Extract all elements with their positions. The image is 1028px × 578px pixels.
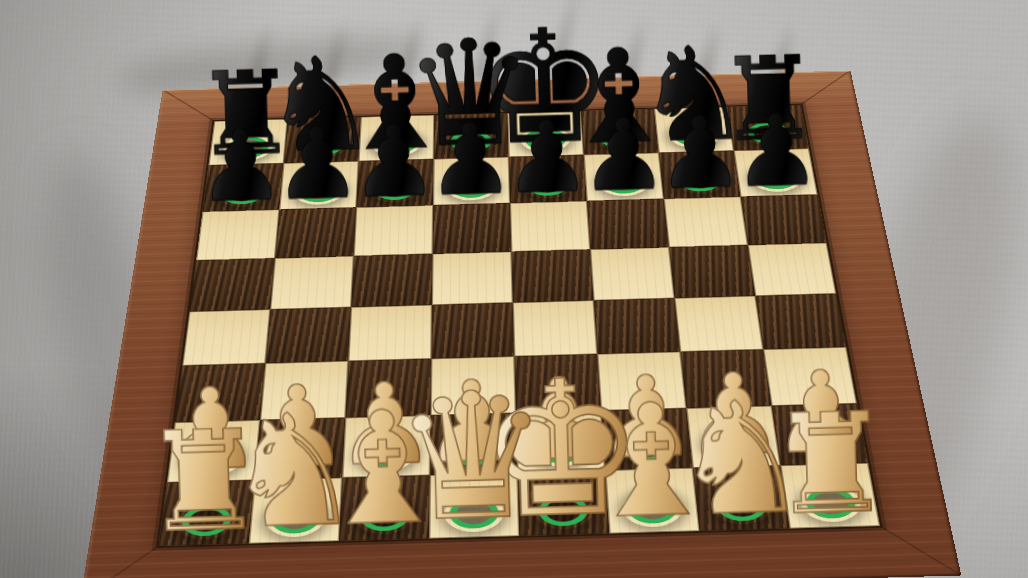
square-g7: ♟	[659, 151, 741, 199]
square-a6	[196, 210, 279, 261]
square-f7: ♟	[584, 153, 664, 201]
square-b5	[270, 256, 353, 309]
square-c5	[351, 254, 432, 307]
board-scene: ♜♞♝♛♚♝♞♜♟♟♟♟♟♟♟♟♟♟♟♟♟♟♟♟♜♞♝♛♚♝♞♜	[0, 0, 1028, 578]
square-f6	[587, 199, 669, 250]
square-f5	[590, 247, 674, 300]
square-a1: ♜	[159, 480, 255, 546]
board-grid: ♜♞♝♛♚♝♞♜♟♟♟♟♟♟♟♟♟♟♟♟♟♟♟♟♜♞♝♛♚♝♞♜	[159, 105, 880, 546]
square-g5	[669, 245, 755, 298]
square-c1: ♝	[339, 475, 430, 541]
square-g6	[664, 197, 748, 248]
square-h1: ♜	[780, 463, 879, 528]
square-a4	[182, 309, 270, 365]
perspective-wrapper: ♜♞♝♛♚♝♞♜♟♟♟♟♟♟♟♟♟♟♟♟♟♟♟♟♜♞♝♛♚♝♞♜	[0, 0, 1028, 578]
photo-stage: ♜♞♝♛♚♝♞♜♟♟♟♟♟♟♟♟♟♟♟♟♟♟♟♟♜♞♝♛♚♝♞♜	[0, 0, 1028, 578]
square-d7: ♟	[433, 157, 510, 205]
square-c4	[348, 305, 432, 361]
square-c6	[354, 205, 433, 256]
square-b7: ♟	[279, 161, 358, 209]
square-e6	[510, 201, 590, 252]
square-d5	[432, 252, 513, 305]
square-b6	[275, 207, 356, 258]
square-e5	[511, 249, 593, 302]
square-a5	[189, 258, 275, 311]
square-h6	[741, 195, 827, 245]
square-e7: ♟	[509, 155, 587, 203]
square-d6	[433, 203, 512, 254]
square-c7: ♟	[356, 159, 433, 207]
square-h7: ♟	[734, 149, 818, 197]
square-g4	[674, 296, 763, 352]
chess-board: ♜♞♝♛♚♝♞♜♟♟♟♟♟♟♟♟♟♟♟♟♟♟♟♟♜♞♝♛♚♝♞♜	[80, 70, 961, 578]
piece-black-pawn: ♟	[731, 102, 821, 202]
square-h5	[748, 243, 836, 296]
square-b4	[265, 307, 351, 363]
square-h4	[755, 294, 846, 350]
square-a7: ♟	[202, 163, 283, 211]
piece-white-rook: ♜	[768, 394, 895, 534]
piece-white-rook: ♜	[141, 411, 268, 551]
